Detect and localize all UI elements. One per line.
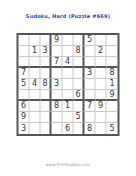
grid-cell-r5c7	[85, 79, 96, 90]
grid-cell-r8c7	[85, 112, 96, 123]
grid-cell-r2c5	[63, 46, 74, 57]
grid-cell-r3c7	[85, 57, 96, 68]
grid-cell-r5c1: 5	[19, 79, 30, 90]
grid-cell-r3c9	[107, 57, 118, 68]
grid-cell-r5c9: 1	[107, 79, 118, 90]
grid-cell-r3c2	[30, 57, 41, 68]
grid-cell-r9c6	[74, 123, 85, 134]
grid-cell-r6c7	[85, 90, 96, 101]
grid-cell-r9c4	[52, 123, 63, 134]
grid-cell-r7c9	[107, 101, 118, 112]
grid-cell-r5c4: 3	[52, 79, 63, 90]
grid-cell-r8c9	[107, 112, 118, 123]
grid-cell-r1c6	[74, 35, 85, 46]
grid-cell-r5c6	[74, 79, 85, 90]
grid-cell-r4c8	[96, 68, 107, 79]
footer-url: www.PrintSudoku.com	[0, 162, 136, 167]
grid-cell-r8c6: 5	[74, 112, 85, 123]
grid-cell-r3c5: 4	[63, 57, 74, 68]
grid-cell-r8c2	[30, 112, 41, 123]
grid-cell-r4c7: 3	[85, 68, 96, 79]
page-title: Sudoku, Hard (Puzzle #669)	[0, 13, 136, 19]
grid-cell-r5c5	[63, 79, 74, 90]
grid-cell-r7c6	[74, 101, 85, 112]
grid-cell-r3c6	[74, 57, 85, 68]
grid-cell-r6c4	[52, 90, 63, 101]
grid-cell-r6c5	[63, 90, 74, 101]
grid-cell-r2c9	[107, 46, 118, 57]
grid-cell-r7c7: 7	[85, 101, 96, 112]
grid-cell-r4c3	[41, 68, 52, 79]
grid-cell-r2c1	[19, 46, 30, 57]
grid-cell-r3c4: 7	[52, 57, 63, 68]
grid-cell-r1c3	[41, 35, 52, 46]
grid-cell-r4c6	[74, 68, 85, 79]
grid-cell-r7c8: 9	[96, 101, 107, 112]
grid-cell-r5c2: 4	[30, 79, 41, 90]
grid-cell-r1c1	[19, 35, 30, 46]
grid-cell-r1c9	[107, 35, 118, 46]
sudoku-grid: 95138274738548316968179953685	[17, 33, 120, 136]
grid-cell-r9c8	[96, 123, 107, 134]
grid-cell-r4c1: 7	[19, 68, 30, 79]
grid-cell-r5c3: 8	[41, 79, 52, 90]
grid-cell-r7c1: 6	[19, 101, 30, 112]
grid-cell-r9c7: 8	[85, 123, 96, 134]
grid-cell-r4c5	[63, 68, 74, 79]
grid-cell-r8c5	[63, 112, 74, 123]
grid-cell-r9c3	[41, 123, 52, 134]
grid-cell-r6c2	[30, 90, 41, 101]
grid-cell-r1c4: 9	[52, 35, 63, 46]
grid-cell-r4c2	[30, 68, 41, 79]
grid-cell-r9c1: 3	[19, 123, 30, 134]
grid-cell-r3c1	[19, 57, 30, 68]
grid-cell-r4c4	[52, 68, 63, 79]
grid-cell-r7c2	[30, 101, 41, 112]
grid-cell-r9c2	[30, 123, 41, 134]
grid-cell-r2c6: 8	[74, 46, 85, 57]
grid-cell-r8c3	[41, 112, 52, 123]
grid-cell-r1c7: 5	[85, 35, 96, 46]
grid-cell-r7c4: 8	[52, 101, 63, 112]
grid-cell-r7c3	[41, 101, 52, 112]
grid-cell-r6c3	[41, 90, 52, 101]
grid-cell-r1c8	[96, 35, 107, 46]
grid-cell-r6c8	[96, 90, 107, 101]
grid-cell-r8c8	[96, 112, 107, 123]
grid-cell-r6c1	[19, 90, 30, 101]
grid-cell-r7c5: 1	[63, 101, 74, 112]
grid-cell-r4c9: 8	[107, 68, 118, 79]
grid-cell-r5c8	[96, 79, 107, 90]
grid-cell-r1c5	[63, 35, 74, 46]
grid-cell-r8c1: 9	[19, 112, 30, 123]
grid-cell-r1c2	[30, 35, 41, 46]
grid-cell-r2c4	[52, 46, 63, 57]
grid-cell-r9c9: 5	[107, 123, 118, 134]
grid-cell-r8c4	[52, 112, 63, 123]
grid-cell-r6c9: 9	[107, 90, 118, 101]
grid-cell-r3c8	[96, 57, 107, 68]
grid-cell-r2c2: 1	[30, 46, 41, 57]
grid-cell-r6c6: 6	[74, 90, 85, 101]
grid-cell-r3c3	[41, 57, 52, 68]
grid-cell-r2c3: 3	[41, 46, 52, 57]
grid-cell-r2c7	[85, 46, 96, 57]
grid-cell-r9c5: 6	[63, 123, 74, 134]
grid-cell-r2c8: 2	[96, 46, 107, 57]
sudoku-sheet: Sudoku, Hard (Puzzle #669) 9513827473854…	[0, 0, 136, 176]
